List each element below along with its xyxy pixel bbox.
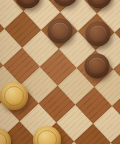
dark-checker[interactable] [48,19,73,44]
dark-checker[interactable] [86,22,111,47]
light-checker[interactable] [0,82,28,110]
dark-checker[interactable] [85,54,110,79]
checkers-board-photo [0,0,120,144]
